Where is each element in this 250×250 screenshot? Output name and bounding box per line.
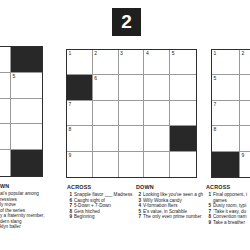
- cell-number: 7: [214, 101, 217, 107]
- clue-list-right-across: ACROSS 1Final opponent, igames5Dusty roo…: [206, 185, 250, 225]
- cell-number: 9: [69, 152, 72, 158]
- clue-item: klyn baller: [0, 224, 52, 229]
- clue-header-down-left: WN: [0, 184, 52, 189]
- clue-number: 9: [67, 214, 72, 219]
- grid-cell[interactable]: [170, 101, 196, 126]
- grid-cell[interactable]: [119, 152, 145, 177]
- grid-cell[interactable]: [119, 101, 145, 126]
- grid-cell[interactable]: [144, 101, 170, 126]
- puzzle-number: 2: [121, 11, 132, 33]
- block-cell: [11, 150, 42, 176]
- grid-cell[interactable]: [170, 75, 196, 100]
- block-cell: [11, 47, 42, 73]
- clue-text: Beginning: [74, 214, 94, 219]
- block-cell: [170, 126, 196, 151]
- grid-cell[interactable]: 9: [240, 152, 250, 177]
- grid-cell[interactable]: [0, 150, 11, 176]
- clue-item: 9Take a breather: [206, 220, 250, 225]
- grid-cell[interactable]: 1: [67, 50, 93, 75]
- clue-text: The only even prime number: [143, 214, 201, 219]
- grid-cell[interactable]: [170, 152, 196, 177]
- clue-header-down-center: DOWN: [136, 185, 206, 190]
- block-cell: [212, 152, 240, 177]
- grid-cell[interactable]: [119, 126, 145, 151]
- clue-list-left-down: WN at's popular amongressivesly moveof t…: [0, 184, 52, 230]
- grid-cell[interactable]: 3: [119, 50, 145, 75]
- clue-item: 7The only even prime number: [136, 214, 206, 219]
- clue-item: 9Beginning: [67, 214, 135, 219]
- grid-cell[interactable]: [240, 126, 250, 151]
- grid-cell[interactable]: [0, 73, 11, 99]
- grid-cell[interactable]: 7: [67, 101, 93, 126]
- grid-cell[interactable]: 7: [212, 101, 240, 126]
- grid-cell[interactable]: [93, 152, 119, 177]
- grid-cell[interactable]: 5: [212, 75, 240, 100]
- grid-cell[interactable]: 2: [93, 50, 119, 75]
- grid-cell[interactable]: [119, 75, 145, 100]
- grid-cell[interactable]: 4: [144, 50, 170, 75]
- cell-number: 2: [242, 50, 245, 56]
- clue-header-across-right: ACROSS: [206, 185, 250, 190]
- cell-number: 8: [214, 126, 217, 132]
- clue-list-center-down: DOWN 2Looking like you've seen a gh3Will…: [136, 185, 206, 220]
- grid-cell[interactable]: [93, 126, 119, 151]
- grid-cell[interactable]: [0, 124, 11, 150]
- grid-cell[interactable]: 5: [170, 50, 196, 75]
- grid-cell[interactable]: 6: [93, 75, 119, 100]
- crossword-grid-left-partial: 5: [0, 46, 43, 177]
- cell-number: 4: [146, 50, 149, 56]
- grid-cell[interactable]: [0, 99, 11, 125]
- clue-header-across-center: ACROSS: [67, 185, 135, 190]
- cell-number: 1: [69, 50, 72, 56]
- grid-cell[interactable]: 5: [11, 73, 42, 99]
- clue-list-center-across: ACROSS 1Snapple flavor ___ Madness6Caugh…: [67, 185, 135, 220]
- grid-cell[interactable]: 2: [240, 50, 250, 75]
- grid-cell[interactable]: [144, 152, 170, 177]
- cell-number: 9: [242, 152, 245, 158]
- clue-number: 7: [136, 214, 141, 219]
- grid-cell[interactable]: [144, 126, 170, 151]
- grid-cell[interactable]: [11, 99, 42, 125]
- crossword-grid-center: 123456789: [66, 49, 197, 178]
- grid-cell[interactable]: [144, 75, 170, 100]
- cell-number: 8: [69, 126, 72, 132]
- grid-cell[interactable]: [11, 124, 42, 150]
- cell-number: 2: [94, 50, 97, 56]
- grid-cell[interactable]: 8: [212, 126, 240, 151]
- block-cell: [67, 75, 93, 100]
- crossword-grid-right-partial: 125789: [211, 49, 250, 178]
- cell-number: 5: [172, 50, 175, 56]
- cell-number: 6: [94, 75, 97, 81]
- cell-number: 5: [13, 73, 16, 79]
- grid-cell[interactable]: [93, 101, 119, 126]
- clue-number: 9: [206, 220, 211, 225]
- cell-number: 5: [214, 75, 217, 81]
- grid-cell[interactable]: [0, 47, 11, 73]
- clue-text: Take a breather: [213, 220, 245, 225]
- cell-number: 7: [69, 101, 72, 107]
- grid-cell[interactable]: [240, 75, 250, 100]
- grid-cell[interactable]: 9: [67, 152, 93, 177]
- grid-cell[interactable]: [240, 101, 250, 126]
- clue-text: klyn baller: [0, 224, 21, 229]
- grid-cell[interactable]: 1: [212, 50, 240, 75]
- crossword-book-page: 2 5 123456789 125789 WN at's popular amo…: [0, 0, 250, 250]
- grid-cell[interactable]: 8: [67, 126, 93, 151]
- cell-number: 1: [214, 50, 217, 56]
- puzzle-number-badge: 2: [112, 8, 141, 36]
- cell-number: 3: [120, 50, 123, 56]
